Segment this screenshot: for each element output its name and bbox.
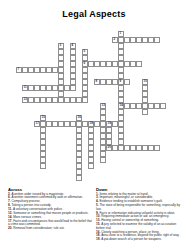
down-clue-list: 1. Items relating to the matter at hand.… — [96, 193, 185, 242]
grid-cell[interactable] — [154, 145, 160, 151]
clue-number: 15 — [42, 116, 45, 119]
clue-number: 8 — [96, 80, 98, 83]
clue-number: 17 — [36, 122, 39, 125]
clue-number: 3 — [60, 44, 62, 47]
clue-number: 10 — [144, 80, 147, 83]
page-title: Legal Aspects — [0, 9, 188, 19]
clue-number: 16 — [78, 116, 81, 119]
down-clues: Down 1. Items relating to the matter at … — [96, 187, 185, 242]
down-clue-5: 5. The state of being responsible for so… — [96, 204, 185, 211]
across-clue-20: 20. Removal from consideration; rule out… — [8, 227, 93, 230]
clue-number: 9 — [120, 80, 122, 83]
grid-cell[interactable] — [136, 61, 142, 67]
grid-cell[interactable] — [124, 79, 130, 85]
clue-number: 20 — [108, 146, 111, 149]
crossword-grid: 1234567891011121314151617181920 — [10, 31, 170, 183]
grid-cell[interactable] — [40, 163, 46, 169]
grid-cell[interactable] — [154, 37, 160, 43]
clue-number: 14 — [120, 104, 123, 107]
clue-number: 7 — [18, 68, 20, 71]
down-clue-19: 19. A pat-down search of a person for we… — [96, 238, 185, 241]
clue-number: 19 — [108, 122, 111, 125]
clue-number: 6 — [84, 62, 86, 65]
across-clues: Across 2. A written order issued by a ma… — [8, 187, 93, 231]
clue-number: 4 — [72, 44, 74, 47]
grid-cell[interactable] — [70, 85, 76, 91]
grid-cell[interactable] — [160, 103, 166, 109]
clue-number: 13 — [102, 104, 105, 107]
clue-number: 18 — [90, 122, 93, 125]
grid-cell[interactable] — [142, 109, 148, 115]
clue-number: 5 — [84, 50, 86, 53]
clue-number: 1 — [120, 32, 122, 35]
grid-cell[interactable] — [82, 97, 88, 103]
across-clue-list: 2. A written order issued by a magistrat… — [8, 193, 93, 231]
grid-cell[interactable] — [100, 157, 106, 163]
clue-number: 2 — [114, 38, 116, 41]
clue-number: 11 — [24, 86, 27, 89]
clue-number: 12 — [24, 98, 27, 101]
grid-cell[interactable] — [88, 163, 94, 169]
grid-cell[interactable] — [76, 175, 82, 181]
